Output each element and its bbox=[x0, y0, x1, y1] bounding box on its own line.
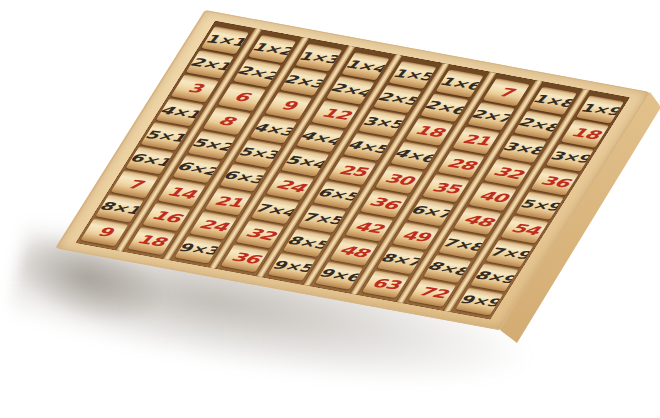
roller-value: 4×6 bbox=[391, 147, 437, 165]
roller-value: 2×2 bbox=[234, 64, 280, 82]
roller-value: 1×2 bbox=[250, 41, 294, 58]
photo-canvas: 1×12×134×15×16×178×19 1×22×2685×26×21416… bbox=[0, 0, 660, 418]
roller-value: 28 bbox=[445, 156, 477, 172]
roller-value: 48 bbox=[337, 243, 371, 259]
roller-value: 54 bbox=[509, 222, 541, 238]
roller-value: 32 bbox=[243, 226, 277, 242]
roller-value: 4×3 bbox=[251, 121, 295, 138]
roller-value: 9×3 bbox=[177, 242, 220, 257]
roller-value: 2×8 bbox=[515, 116, 561, 134]
roller-value: 7 bbox=[126, 177, 144, 190]
roller-r5c9[interactable]: 5×9 bbox=[516, 191, 564, 219]
roller-r1c9[interactable]: 1×9 bbox=[576, 95, 624, 123]
roller-value: 18 bbox=[413, 124, 445, 140]
roller-value: 2×1 bbox=[188, 56, 232, 73]
roller-value: 6×5 bbox=[315, 186, 359, 203]
roller-value: 9×5 bbox=[271, 259, 314, 274]
roller-value: 7 bbox=[498, 86, 516, 99]
roller-value: 3×9 bbox=[549, 150, 592, 165]
roller-value: 1×4 bbox=[344, 58, 388, 75]
roller-value: 32 bbox=[491, 165, 525, 181]
roller-value: 24 bbox=[197, 218, 229, 234]
roller-value: 1×1 bbox=[204, 33, 247, 48]
roller-value: 8×8 bbox=[425, 260, 471, 278]
roller-value: 2×5 bbox=[375, 91, 419, 108]
roller-value: 35 bbox=[431, 181, 462, 196]
roller-value: 3×8 bbox=[501, 141, 545, 158]
roller-value: 21 bbox=[461, 133, 492, 148]
roller-r4c9[interactable]: 36 bbox=[531, 167, 579, 195]
roller-value: 7×9 bbox=[488, 246, 531, 261]
roller-value: 25 bbox=[337, 163, 368, 178]
roller-value: 7×8 bbox=[441, 236, 485, 253]
roller-r2c9[interactable]: 18 bbox=[561, 119, 609, 147]
roller-value: 2×3 bbox=[282, 73, 326, 90]
roller-value: 12 bbox=[319, 106, 351, 122]
roller-value: 8 bbox=[216, 114, 237, 128]
roller-value: 6×2 bbox=[174, 160, 220, 178]
roller-value: 21 bbox=[213, 194, 244, 209]
roller-value: 6×7 bbox=[409, 204, 453, 221]
roller-value: 30 bbox=[383, 172, 415, 188]
roller-value: 4×5 bbox=[345, 139, 389, 156]
roller-value: 6 bbox=[232, 90, 251, 104]
roller-value: 6×3 bbox=[221, 169, 265, 186]
roller-value: 9×9 bbox=[458, 294, 501, 309]
roller-value: 3×5 bbox=[361, 115, 404, 130]
roller-value: 16 bbox=[149, 209, 183, 225]
roller-r6c9[interactable]: 54 bbox=[501, 215, 549, 243]
roller-value: 8×5 bbox=[285, 234, 329, 251]
roller-r7c9[interactable]: 7×9 bbox=[486, 239, 534, 267]
roller-value: 42 bbox=[353, 220, 385, 236]
roller-value: 36 bbox=[229, 250, 261, 266]
roller-value: 8×7 bbox=[379, 252, 423, 269]
roller-value: 7×4 bbox=[253, 202, 297, 219]
roller-value: 9 bbox=[280, 99, 298, 112]
roller-value: 63 bbox=[370, 277, 401, 292]
roller-value: 49 bbox=[401, 229, 432, 244]
roller-value: 40 bbox=[477, 189, 509, 205]
roller-value: 36 bbox=[367, 195, 401, 211]
roller-r9c9[interactable]: 9×9 bbox=[456, 287, 504, 315]
roller-value: 1×3 bbox=[297, 50, 340, 65]
roller-value: 7×5 bbox=[301, 211, 344, 226]
roller-value: 1×9 bbox=[579, 102, 622, 117]
roller-value: 9 bbox=[96, 225, 114, 238]
roller-value: 8×9 bbox=[473, 269, 517, 286]
roller-value: 2×7 bbox=[469, 108, 513, 125]
roller-value: 2×6 bbox=[422, 99, 468, 117]
roller-value: 5×1 bbox=[143, 129, 186, 144]
roller-value: 1×6 bbox=[437, 75, 481, 92]
roller-value: 5×3 bbox=[237, 146, 280, 161]
roller-value: 5×9 bbox=[519, 198, 562, 213]
roller-value: 5×4 bbox=[283, 154, 327, 171]
roller-r8c9[interactable]: 8×9 bbox=[471, 263, 519, 291]
roller-value: 1×5 bbox=[391, 67, 434, 82]
roller-value: 4×1 bbox=[158, 104, 202, 121]
roller-value: 48 bbox=[461, 213, 495, 229]
roller-value: 9×6 bbox=[317, 267, 361, 284]
roller-value: 24 bbox=[273, 178, 307, 194]
roller-value: 2×4 bbox=[328, 81, 374, 99]
roller-value: 18 bbox=[569, 126, 601, 142]
roller-value: 18 bbox=[135, 233, 167, 249]
roller-value: 5×2 bbox=[189, 137, 233, 154]
roller-value: 14 bbox=[165, 185, 197, 201]
roller-value: 4×4 bbox=[298, 129, 344, 147]
roller-value: 72 bbox=[417, 285, 449, 301]
roller-value: 8×1 bbox=[97, 200, 141, 217]
roller-r3c9[interactable]: 3×9 bbox=[546, 143, 594, 171]
roller-value: 1×8 bbox=[531, 93, 575, 110]
roller-value: 3 bbox=[186, 82, 204, 95]
roller-value: 36 bbox=[539, 174, 571, 190]
roller-value: 6×1 bbox=[128, 152, 172, 169]
